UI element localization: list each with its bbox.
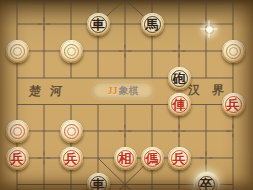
piece-black-soldier[interactable]: 卒 [195,173,218,190]
piece-red-soldier[interactable]: 兵 [60,147,83,170]
hidden-piece-ring [64,124,79,139]
piece-glyph: 砲 [173,67,186,90]
piece-hidden-red-piece[interactable] [6,120,29,143]
piece-glyph: 卒 [200,173,213,190]
river-label-left: 楚河 [28,83,71,100]
hidden-piece-ring [10,124,25,139]
piece-red-chariot[interactable]: 俥 [168,93,191,116]
piece-hidden-red-piece[interactable] [60,120,83,143]
piece-hidden-black-piece[interactable] [6,40,29,63]
piece-red-elephant[interactable]: 相 [114,147,137,170]
piece-glyph: 相 [119,147,132,170]
logo-text: 象棋 [119,84,139,98]
piece-red-soldier[interactable]: 兵 [6,147,29,170]
piece-hidden-black-piece[interactable] [60,40,83,63]
piece-glyph: 車 [92,173,105,190]
piece-glyph: 俥 [173,93,186,116]
sparkle-effect [205,25,214,34]
piece-black-horse[interactable]: 馬 [141,13,164,36]
piece-glyph: 傌 [146,147,159,170]
piece-glyph: 兵 [11,147,24,170]
piece-glyph: 車 [92,13,105,36]
piece-black-chariot[interactable]: 車 [87,173,110,190]
piece-glyph: 兵 [227,93,240,116]
piece-red-soldier[interactable]: 兵 [168,147,191,170]
hidden-piece-ring [10,44,25,59]
piece-red-soldier[interactable]: 兵 [222,93,245,116]
piece-glyph: 馬 [146,13,159,36]
logo-jj: JJ [108,85,118,96]
center-logo-plaque: JJ 象棋 [92,82,154,99]
piece-glyph: 兵 [65,147,78,170]
hidden-piece-ring [64,44,79,59]
piece-red-horse[interactable]: 傌 [141,147,164,170]
piece-glyph: 兵 [173,147,186,170]
xiangqi-board: 楚河 汉界 JJ 象棋 車馬砲俥兵兵兵相傌兵車卒 [0,0,253,190]
hidden-piece-ring [226,44,241,59]
piece-hidden-black-piece[interactable] [222,40,245,63]
piece-black-chariot[interactable]: 車 [87,13,110,36]
piece-black-cannon[interactable]: 砲 [168,67,191,90]
